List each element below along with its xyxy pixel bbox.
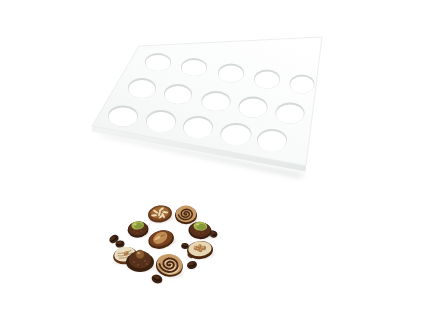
mould-cavity-r1c2 [181,58,207,76]
scene-svg [0,0,423,318]
mould-cavity-r2c5 [276,103,305,124]
mould-tray [92,37,323,178]
praline-pistachio [127,220,151,238]
mould-cavity-r3c3 [183,116,213,138]
mould-cavity-r3c2 [146,110,176,132]
product-photo [0,0,423,318]
mould-cavity-r1c4 [254,70,280,89]
mould-cavity-r2c3 [202,91,231,111]
mould-cavity-r3c5 [257,129,287,151]
coffee-bean [186,260,198,270]
mould-cavity-r3c4 [221,123,252,145]
pralines-arrangement [108,204,219,285]
praline-cream-nuts [186,240,215,260]
praline-almond-slivers [147,204,174,225]
mould-cavity-r3c1 [108,106,138,127]
mould-cavity-r2c4 [239,97,268,118]
mould-cavity-r2c1 [128,78,156,98]
mould-cavity-r1c3 [218,64,244,83]
mould-cavity-r1c1 [145,53,171,71]
praline-whole-almond [146,227,177,252]
mould-cavity-r1c5 [290,75,315,94]
mould-cavity-r2c2 [164,84,192,104]
praline-swirl [175,206,198,225]
